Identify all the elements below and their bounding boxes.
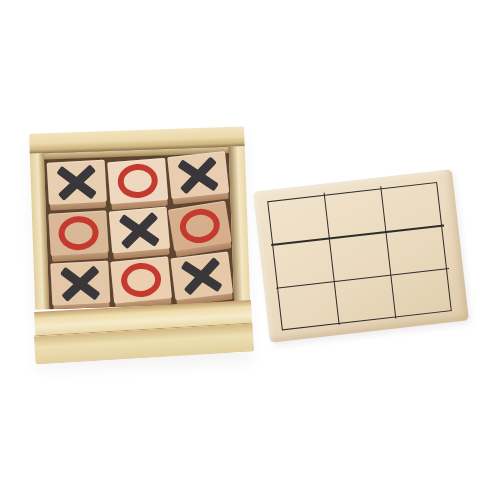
board-cell-r2c2[interactable] [329, 231, 391, 281]
x-piece [178, 255, 224, 296]
o-piece [57, 215, 99, 251]
x-piece [58, 264, 102, 302]
board-cell-r2c1[interactable] [272, 238, 334, 288]
o-piece [119, 261, 162, 299]
x-piece [54, 163, 98, 201]
cube-r1c3[interactable] [167, 151, 230, 205]
board-cells [267, 182, 452, 331]
x-piece [116, 210, 161, 250]
cube-face [110, 256, 172, 303]
board-cell-r3c1[interactable] [277, 281, 339, 331]
box-middle [30, 146, 250, 309]
product-photo-stage [0, 0, 500, 500]
cube-grid [44, 154, 234, 309]
box-interior [44, 147, 234, 309]
cube-face [107, 158, 168, 204]
board-cell-r1c3[interactable] [380, 182, 442, 232]
cube-face [108, 207, 169, 254]
x-piece [175, 155, 221, 195]
game-board [253, 169, 469, 343]
board-cell-r3c2[interactable] [334, 274, 396, 324]
cube-r1c2[interactable] [107, 158, 169, 210]
board-cell-r3c3[interactable] [390, 268, 452, 318]
board-grid [267, 182, 452, 331]
board-cell-r1c2[interactable] [324, 188, 386, 238]
cube-face [50, 261, 110, 306]
cube-r1c1[interactable] [46, 160, 107, 211]
o-piece [116, 163, 159, 200]
cube-r3c2[interactable] [110, 256, 172, 309]
board-cell-r2c3[interactable] [385, 225, 447, 275]
cube-face [48, 210, 108, 255]
cube-r3c1[interactable] [50, 261, 110, 310]
cube-face [46, 160, 106, 205]
cube-r3c3[interactable] [170, 252, 233, 307]
cube-face [167, 201, 231, 252]
board-cell-r1c1[interactable] [267, 195, 329, 245]
cube-r2c1[interactable] [48, 210, 109, 261]
cube-face [167, 151, 229, 199]
wooden-box [29, 126, 252, 359]
cube-r2c2[interactable] [108, 207, 170, 260]
o-piece [177, 206, 222, 246]
cube-r2c3[interactable] [167, 201, 232, 257]
cube-face [170, 252, 233, 301]
